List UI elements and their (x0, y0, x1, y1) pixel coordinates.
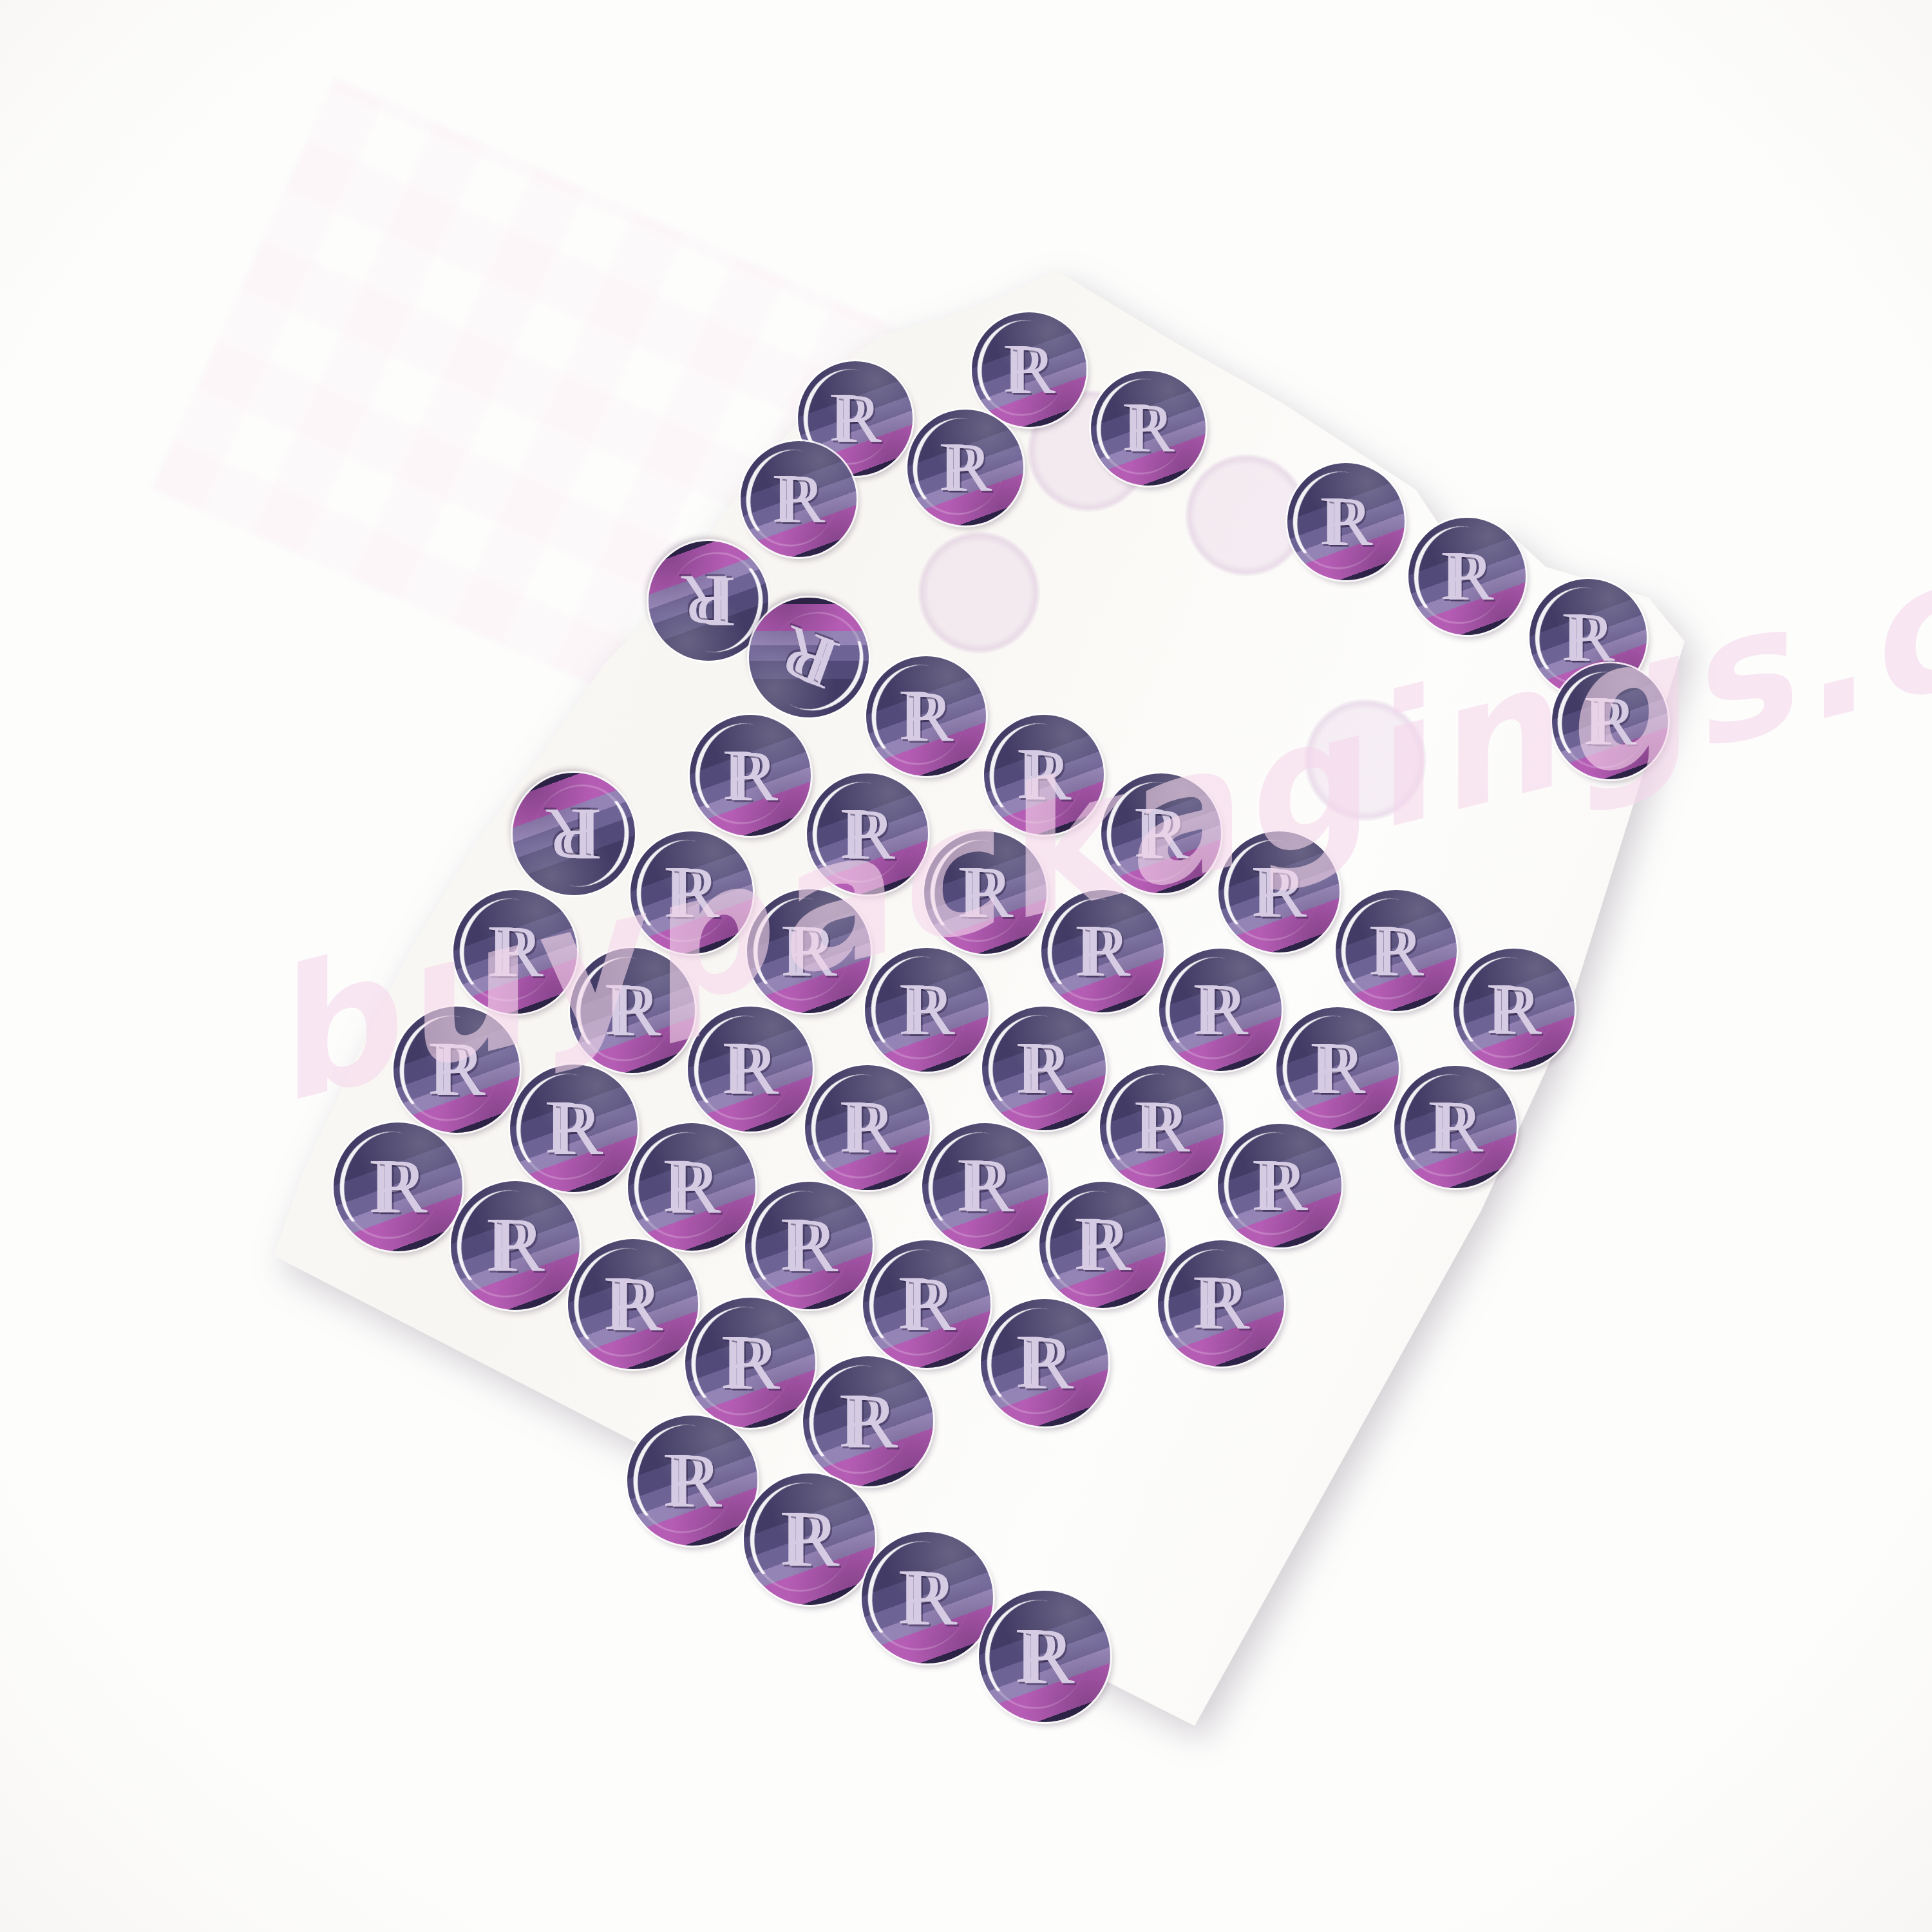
sticker: PR (688, 1007, 813, 1132)
monogram-letter-r: R (788, 909, 837, 994)
sticker: PR (984, 715, 1104, 835)
sticker: PR (1336, 890, 1457, 1011)
monogram-letter-r: R (1128, 389, 1174, 468)
monogram-letter-r: R (435, 1026, 486, 1113)
sticker: PR (981, 1299, 1108, 1426)
sticker: PR (510, 1065, 638, 1192)
monogram-letter-r: R (847, 792, 895, 876)
photo-scene: PRPRPRPRPRPRPRPRPRPRPRPRPRPRPRPRPRPRPRPR… (0, 0, 1932, 1932)
monogram-letter-r: R (1081, 909, 1130, 994)
sticker: PR (747, 889, 871, 1013)
sticker: PR (982, 1007, 1106, 1130)
monogram-letter-r: R (729, 1027, 779, 1112)
monogram-letter-r: R (552, 1084, 603, 1173)
sticker: PR (803, 1356, 933, 1486)
sticker: PR (866, 656, 986, 776)
sticker: PR (628, 1123, 755, 1251)
monogram-letter-r: R (611, 1260, 663, 1349)
monogram-letter-r: R (1326, 481, 1373, 562)
sticker: PR (745, 1182, 873, 1309)
monogram-letter-r: R (846, 1377, 898, 1466)
monogram-letter-r: R (787, 1202, 838, 1290)
sticker: PR (1091, 371, 1206, 486)
monogram-letter-r: R (963, 1142, 1014, 1230)
sticker: PR (865, 948, 989, 1072)
monogram-letter-r: R (546, 791, 595, 876)
sticker: PR (807, 773, 928, 895)
sticker: PR (568, 1239, 698, 1369)
sticker: PR (744, 1473, 875, 1605)
monogram-letter-r: R (1009, 330, 1055, 410)
monogram-letter-r: R (1199, 1260, 1250, 1347)
monogram-letter-r: R (1199, 967, 1248, 1052)
monogram-letter-r: R (376, 1142, 428, 1231)
monogram-letter-r: R (1434, 1084, 1483, 1170)
sticker: PR (805, 1065, 930, 1190)
sticker: PR (393, 1007, 520, 1133)
sticker: PR (570, 948, 695, 1073)
sticker: PR (690, 715, 811, 836)
monogram-letter-r: R (1141, 1084, 1190, 1170)
monogram-letter-r: R (779, 459, 825, 539)
sticker: PR (1552, 663, 1668, 779)
sticker: PR (1100, 1065, 1224, 1189)
sticker: PR (924, 831, 1046, 954)
sticker: PR (1408, 518, 1526, 635)
sticker: PR (1218, 831, 1340, 952)
sticker: PR (630, 831, 753, 954)
sticker: PR (451, 1181, 580, 1310)
monogram-letter-r: R (730, 734, 778, 817)
peeled-sticker-ghost (1304, 699, 1426, 821)
monogram-letter-r: R (681, 560, 729, 643)
peeled-sticker-ghost (918, 531, 1040, 654)
sticker: PR (1218, 1124, 1341, 1247)
sticker: PR (1394, 1066, 1517, 1188)
monogram-letter-r: R (1316, 1026, 1365, 1111)
monogram-letter-r: R (1081, 1201, 1132, 1289)
monogram-letter-r: R (728, 1318, 780, 1408)
sticker: PR (922, 1123, 1048, 1249)
monogram-letter-r: R (670, 1143, 721, 1231)
monogram-letter-r: R (905, 1553, 957, 1643)
monogram-letter-r: R (905, 675, 954, 758)
sticker: PR (907, 410, 1023, 526)
sticker: PR (1101, 773, 1221, 893)
monogram-letter-r: R (787, 1494, 839, 1584)
sticker: PR (1158, 1240, 1284, 1367)
monogram-letter-r: R (1023, 734, 1072, 817)
monogram-letter-r: R (1023, 1026, 1072, 1111)
monogram-letter-r: R (670, 1436, 722, 1526)
monogram-letter-r: R (670, 850, 719, 935)
sticker: PR (1287, 463, 1405, 580)
monogram-letter-r: R (964, 850, 1013, 935)
sticker: PR (685, 1298, 815, 1428)
monogram-letter-r: R (611, 968, 661, 1054)
sticker: PR (979, 1591, 1110, 1722)
sticker: PR (863, 1240, 990, 1368)
sticker: PR (1159, 949, 1282, 1071)
monogram-letter-r: R (905, 967, 955, 1052)
sticker-flipped: PR (513, 773, 635, 895)
sticker: PR (862, 1532, 993, 1663)
monogram-letter-r: R (494, 909, 544, 994)
monogram-letter-r: R (1258, 850, 1307, 934)
monogram-letter-r: R (1258, 1143, 1308, 1228)
sticker: PR (627, 1416, 757, 1546)
monogram-letter-r: R (945, 428, 992, 507)
sticker: PR (1039, 1182, 1166, 1308)
sticker: PR (334, 1122, 462, 1251)
monogram-letter-r: R (1141, 792, 1189, 875)
sticker: PR (1041, 890, 1164, 1012)
monogram-letter-r: R (1447, 536, 1494, 617)
sticker: PR (741, 441, 857, 557)
sticker: PR (1276, 1007, 1399, 1130)
monogram-letter-r: R (493, 1201, 545, 1290)
monogram-letter-r: R (846, 1085, 896, 1171)
monogram-letter-r: R (1493, 967, 1542, 1051)
monogram-letter-r: R (1376, 909, 1424, 992)
monogram-letter-r: R (905, 1260, 956, 1349)
monogram-letter-r: R (1022, 1611, 1074, 1701)
sticker: PR (1454, 949, 1575, 1070)
sticker: PR (453, 890, 577, 1014)
monogram-letter-r: R (1023, 1319, 1074, 1407)
monogram-letter-r: R (1590, 681, 1636, 761)
